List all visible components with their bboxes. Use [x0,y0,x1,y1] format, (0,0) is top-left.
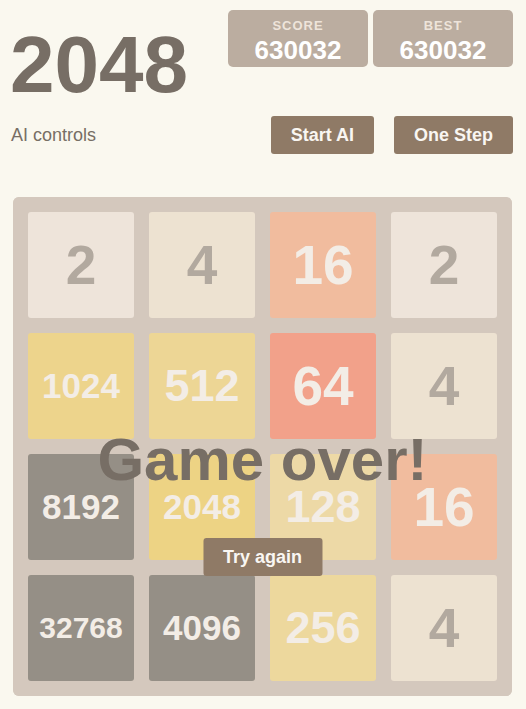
best-box: BEST 630032 [373,10,513,67]
start-ai-button[interactable]: Start AI [271,116,374,154]
best-label: BEST [373,19,513,32]
score-box: SCORE 630032 [228,10,368,67]
game-over-overlay: Game over! Try again [13,197,512,696]
game-board: 2416210245126448192204812816327684096256… [13,197,512,696]
ai-controls-label: AI controls [11,125,96,146]
game-title: 2048 [10,25,188,105]
score-container: SCORE 630032 BEST 630032 [228,10,513,67]
try-again-button[interactable]: Try again [203,538,322,576]
one-step-button[interactable]: One Step [394,116,513,154]
score-value: 630032 [228,37,368,63]
game-over-message: Game over! [13,430,512,490]
best-value: 630032 [373,37,513,63]
ai-buttons-row: Start AI One Step [271,116,513,154]
score-label: SCORE [228,19,368,32]
